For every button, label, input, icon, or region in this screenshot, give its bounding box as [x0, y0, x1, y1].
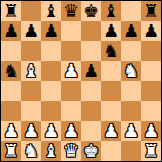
square-c3[interactable]: [41, 101, 61, 121]
square-h3[interactable]: [141, 101, 161, 121]
square-b6[interactable]: [21, 41, 41, 61]
square-a4[interactable]: [1, 81, 21, 101]
square-a1[interactable]: ♜: [1, 141, 21, 161]
square-a2[interactable]: ♟: [1, 121, 21, 141]
white-pawn-piece[interactable]: ♟: [43, 121, 59, 141]
square-f8[interactable]: ♝: [101, 1, 121, 21]
black-pawn-piece[interactable]: ♟: [123, 21, 139, 41]
square-b3[interactable]: [21, 101, 41, 121]
black-pawn-piece[interactable]: ♟: [143, 21, 159, 41]
black-pawn-piece[interactable]: ♟: [23, 21, 39, 41]
black-king-piece[interactable]: ♚: [83, 1, 99, 21]
black-rook-piece[interactable]: ♜: [143, 1, 159, 21]
square-c7[interactable]: ♟: [41, 21, 61, 41]
square-c1[interactable]: ♝: [41, 141, 61, 161]
white-rook-piece[interactable]: ♜: [143, 141, 159, 161]
square-e6[interactable]: [81, 41, 101, 61]
white-queen-piece[interactable]: ♛: [63, 141, 79, 161]
white-pawn-piece[interactable]: ♟: [63, 121, 79, 141]
square-f1[interactable]: [101, 141, 121, 161]
square-d7[interactable]: [61, 21, 81, 41]
square-g7[interactable]: ♟: [121, 21, 141, 41]
square-e3[interactable]: [81, 101, 101, 121]
square-a7[interactable]: ♟: [1, 21, 21, 41]
chess-board: ♜♝♛♚♝♜♟♟♟♟♟♟♞♞♝♟♟♞♟♟♟♟♟♟♟♜♞♝♛♚♜: [0, 0, 162, 162]
square-g8[interactable]: [121, 1, 141, 21]
square-e1[interactable]: ♚: [81, 141, 101, 161]
white-bishop-piece[interactable]: ♝: [23, 61, 39, 81]
black-pawn-piece[interactable]: ♟: [3, 21, 19, 41]
square-f5[interactable]: [101, 61, 121, 81]
square-a8[interactable]: ♜: [1, 1, 21, 21]
square-c5[interactable]: [41, 61, 61, 81]
square-h1[interactable]: ♜: [141, 141, 161, 161]
square-g6[interactable]: [121, 41, 141, 61]
white-pawn-piece[interactable]: ♟: [123, 121, 139, 141]
square-f6[interactable]: ♞: [101, 41, 121, 61]
square-e5[interactable]: ♟: [81, 61, 101, 81]
white-knight-piece[interactable]: ♞: [123, 61, 139, 81]
square-h5[interactable]: [141, 61, 161, 81]
square-c2[interactable]: ♟: [41, 121, 61, 141]
square-g5[interactable]: ♞: [121, 61, 141, 81]
square-d1[interactable]: ♛: [61, 141, 81, 161]
square-d6[interactable]: [61, 41, 81, 61]
black-bishop-piece[interactable]: ♝: [43, 1, 59, 21]
white-king-piece[interactable]: ♚: [83, 141, 99, 161]
white-pawn-piece[interactable]: ♟: [3, 121, 19, 141]
square-e8[interactable]: ♚: [81, 1, 101, 21]
square-a6[interactable]: [1, 41, 21, 61]
white-rook-piece[interactable]: ♜: [3, 141, 19, 161]
square-b1[interactable]: ♞: [21, 141, 41, 161]
square-f7[interactable]: ♟: [101, 21, 121, 41]
square-a5[interactable]: ♞: [1, 61, 21, 81]
square-d8[interactable]: ♛: [61, 1, 81, 21]
square-g2[interactable]: ♟: [121, 121, 141, 141]
white-pawn-piece[interactable]: ♟: [63, 61, 79, 81]
square-e7[interactable]: [81, 21, 101, 41]
square-f4[interactable]: [101, 81, 121, 101]
black-pawn-piece[interactable]: ♟: [43, 21, 59, 41]
square-g3[interactable]: [121, 101, 141, 121]
square-b5[interactable]: ♝: [21, 61, 41, 81]
square-e4[interactable]: [81, 81, 101, 101]
square-h4[interactable]: [141, 81, 161, 101]
square-h8[interactable]: ♜: [141, 1, 161, 21]
square-b8[interactable]: [21, 1, 41, 21]
square-f2[interactable]: ♟: [101, 121, 121, 141]
square-b7[interactable]: ♟: [21, 21, 41, 41]
black-knight-piece[interactable]: ♞: [103, 41, 119, 61]
square-g1[interactable]: [121, 141, 141, 161]
square-h7[interactable]: ♟: [141, 21, 161, 41]
square-a3[interactable]: [1, 101, 21, 121]
square-d4[interactable]: [61, 81, 81, 101]
white-pawn-piece[interactable]: ♟: [103, 121, 119, 141]
square-c8[interactable]: ♝: [41, 1, 61, 21]
square-c6[interactable]: [41, 41, 61, 61]
square-d2[interactable]: ♟: [61, 121, 81, 141]
square-h6[interactable]: [141, 41, 161, 61]
square-d5[interactable]: ♟: [61, 61, 81, 81]
square-b4[interactable]: [21, 81, 41, 101]
white-knight-piece[interactable]: ♞: [23, 141, 39, 161]
black-pawn-piece[interactable]: ♟: [83, 61, 99, 81]
square-f3[interactable]: [101, 101, 121, 121]
square-c4[interactable]: [41, 81, 61, 101]
black-rook-piece[interactable]: ♜: [3, 1, 19, 21]
white-pawn-piece[interactable]: ♟: [143, 121, 159, 141]
square-e2[interactable]: [81, 121, 101, 141]
square-b2[interactable]: ♟: [21, 121, 41, 141]
black-pawn-piece[interactable]: ♟: [103, 21, 119, 41]
black-bishop-piece[interactable]: ♝: [103, 1, 119, 21]
black-knight-piece[interactable]: ♞: [3, 61, 19, 81]
white-pawn-piece[interactable]: ♟: [23, 121, 39, 141]
black-queen-piece[interactable]: ♛: [63, 1, 79, 21]
square-d3[interactable]: [61, 101, 81, 121]
square-g4[interactable]: [121, 81, 141, 101]
white-bishop-piece[interactable]: ♝: [43, 141, 59, 161]
square-h2[interactable]: ♟: [141, 121, 161, 141]
